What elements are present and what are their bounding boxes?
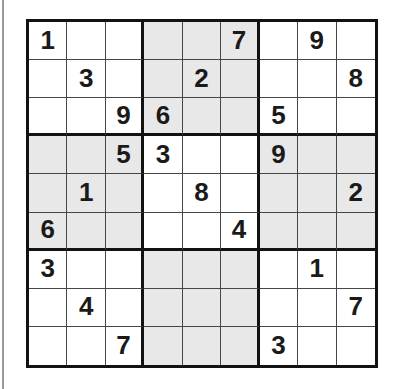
cell-r5c3[interactable]: [106, 174, 144, 212]
cell-r3c6[interactable]: [221, 98, 259, 136]
cell-r4c8[interactable]: [298, 136, 336, 174]
cell-r2c2[interactable]: 3: [67, 60, 105, 98]
cell-r5c2[interactable]: 1: [67, 174, 105, 212]
cell-r1c3[interactable]: [106, 22, 144, 60]
cell-r6c6[interactable]: 4: [221, 213, 259, 251]
cell-r8c5[interactable]: [183, 289, 221, 327]
cell-r1c1[interactable]: 1: [29, 22, 67, 60]
cell-r1c6[interactable]: 7: [221, 22, 259, 60]
cell-r8c3[interactable]: [106, 289, 144, 327]
cell-r3c3[interactable]: 9: [106, 98, 144, 136]
cell-r4c1[interactable]: [29, 136, 67, 174]
left-edge-line: [2, 0, 4, 389]
cell-r6c1[interactable]: 6: [29, 213, 67, 251]
cell-r4c5[interactable]: [183, 136, 221, 174]
cell-r7c9[interactable]: [337, 251, 375, 289]
cell-r3c8[interactable]: [298, 98, 336, 136]
cell-r7c3[interactable]: [106, 251, 144, 289]
cell-r8c2[interactable]: 4: [67, 289, 105, 327]
cell-r8c9[interactable]: 7: [337, 289, 375, 327]
cell-r9c3[interactable]: 7: [106, 327, 144, 365]
cell-r1c8[interactable]: 9: [298, 22, 336, 60]
cell-r1c5[interactable]: [183, 22, 221, 60]
cell-r4c6[interactable]: [221, 136, 259, 174]
cell-r9c7[interactable]: 3: [260, 327, 298, 365]
cell-r7c2[interactable]: [67, 251, 105, 289]
cell-r8c4[interactable]: [144, 289, 182, 327]
cell-r7c1[interactable]: 3: [29, 251, 67, 289]
cell-r7c6[interactable]: [221, 251, 259, 289]
cell-r9c8[interactable]: [298, 327, 336, 365]
cell-r6c2[interactable]: [67, 213, 105, 251]
cell-r8c6[interactable]: [221, 289, 259, 327]
cell-r6c8[interactable]: [298, 213, 336, 251]
cell-r3c9[interactable]: [337, 98, 375, 136]
cell-r4c4[interactable]: 3: [144, 136, 182, 174]
cell-r5c5[interactable]: 8: [183, 174, 221, 212]
cell-r8c7[interactable]: [260, 289, 298, 327]
cell-r5c6[interactable]: [221, 174, 259, 212]
cell-r2c9[interactable]: 8: [337, 60, 375, 98]
cell-r3c1[interactable]: [29, 98, 67, 136]
cell-r2c3[interactable]: [106, 60, 144, 98]
cell-r6c7[interactable]: [260, 213, 298, 251]
cell-r4c9[interactable]: [337, 136, 375, 174]
cell-r3c4[interactable]: 6: [144, 98, 182, 136]
cell-r9c6[interactable]: [221, 327, 259, 365]
cell-r3c5[interactable]: [183, 98, 221, 136]
cell-r7c4[interactable]: [144, 251, 182, 289]
cell-r4c7[interactable]: 9: [260, 136, 298, 174]
cell-r7c5[interactable]: [183, 251, 221, 289]
cell-r3c2[interactable]: [67, 98, 105, 136]
cell-r8c8[interactable]: [298, 289, 336, 327]
cell-r5c7[interactable]: [260, 174, 298, 212]
cell-r9c5[interactable]: [183, 327, 221, 365]
cell-r5c4[interactable]: [144, 174, 182, 212]
cell-r1c2[interactable]: [67, 22, 105, 60]
cell-r5c8[interactable]: [298, 174, 336, 212]
cell-r5c1[interactable]: [29, 174, 67, 212]
cell-r9c1[interactable]: [29, 327, 67, 365]
cell-r2c8[interactable]: [298, 60, 336, 98]
cell-r8c1[interactable]: [29, 289, 67, 327]
cell-r9c9[interactable]: [337, 327, 375, 365]
cell-r3c7[interactable]: 5: [260, 98, 298, 136]
cell-r2c4[interactable]: [144, 60, 182, 98]
cell-r2c6[interactable]: [221, 60, 259, 98]
cell-r5c9[interactable]: 2: [337, 174, 375, 212]
cell-r9c2[interactable]: [67, 327, 105, 365]
cell-r6c3[interactable]: [106, 213, 144, 251]
cell-r2c5[interactable]: 2: [183, 60, 221, 98]
cell-r1c7[interactable]: [260, 22, 298, 60]
cell-r4c3[interactable]: 5: [106, 136, 144, 174]
cell-r2c1[interactable]: [29, 60, 67, 98]
cell-r6c4[interactable]: [144, 213, 182, 251]
sudoku-board: 17932896553918264314773: [26, 19, 378, 368]
cell-r4c2[interactable]: [67, 136, 105, 174]
cell-r6c9[interactable]: [337, 213, 375, 251]
cell-r1c9[interactable]: [337, 22, 375, 60]
cell-r1c4[interactable]: [144, 22, 182, 60]
cell-r9c4[interactable]: [144, 327, 182, 365]
cell-r2c7[interactable]: [260, 60, 298, 98]
page: 17932896553918264314773: [0, 0, 400, 389]
cell-r7c7[interactable]: [260, 251, 298, 289]
cell-r6c5[interactable]: [183, 213, 221, 251]
cell-r7c8[interactable]: 1: [298, 251, 336, 289]
